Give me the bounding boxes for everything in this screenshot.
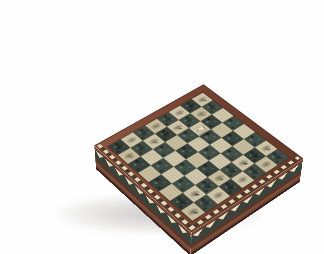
board-surface: ♜♞♝♛♚♝♞♜♟♟♟♟♟♟♟♟♟♟♟♟♟♟♟♟♜♞♝♛♚♝♞♜ ♝ <box>94 84 303 232</box>
black-rook: ♜ <box>182 200 206 215</box>
chess-case: ♜♞♝♛♚♝♞♜♟♟♟♟♟♟♟♟♟♟♟♟♟♟♟♟♜♞♝♛♚♝♞♜ ♝ <box>94 84 303 232</box>
scene: ♜♞♝♛♚♝♞♜♟♟♟♟♟♟♟♟♟♟♟♟♟♟♟♟♜♞♝♛♚♝♞♜ ♝ <box>0 0 324 254</box>
board-square-e5 <box>198 145 221 161</box>
photo-background: ♜♞♝♛♚♝♞♜♟♟♟♟♟♟♟♟♟♟♟♟♟♟♟♟♜♞♝♛♚♝♞♜ ♝ <box>0 0 324 254</box>
